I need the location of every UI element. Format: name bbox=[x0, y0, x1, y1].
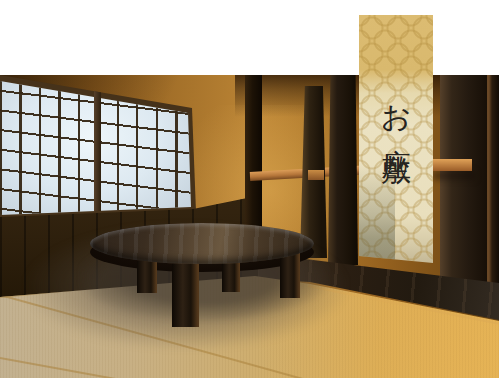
table-leg bbox=[280, 253, 300, 298]
shoji-center-stile bbox=[94, 85, 101, 211]
rail-bracket bbox=[433, 159, 472, 171]
wall-plank-4 bbox=[487, 75, 499, 315]
rail-bracket-shadow bbox=[433, 171, 475, 180]
table-leg bbox=[172, 263, 199, 327]
banner-title: お座敷 bbox=[381, 83, 411, 138]
ozashiki-banner: お座敷 bbox=[359, 15, 434, 263]
rail-bracket bbox=[308, 170, 324, 180]
tatami-seam bbox=[0, 357, 120, 378]
round-table-top bbox=[90, 223, 314, 264]
banner-shadow bbox=[359, 165, 395, 263]
table-leg bbox=[137, 261, 157, 293]
